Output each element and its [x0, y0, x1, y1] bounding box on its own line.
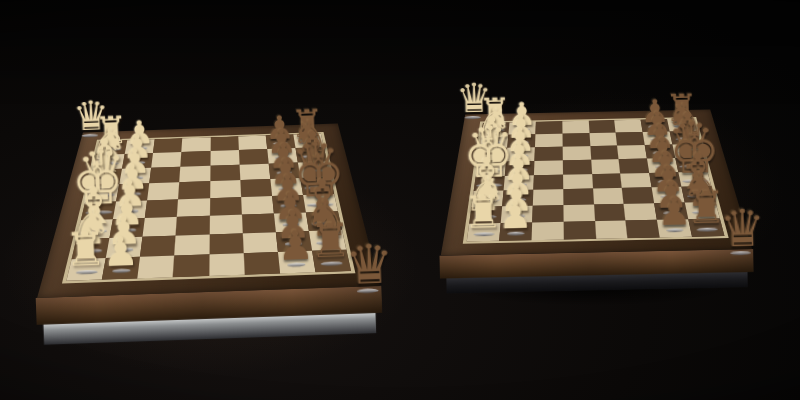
board-square[interactable]	[239, 149, 269, 165]
black-queen-spare[interactable]: ♛	[344, 237, 389, 293]
board-square[interactable]	[147, 182, 179, 200]
board-square[interactable]	[180, 166, 210, 183]
board-square[interactable]	[532, 189, 562, 205]
board-square[interactable]	[622, 188, 654, 204]
board-square[interactable]	[532, 205, 563, 222]
board-square[interactable]	[173, 254, 209, 277]
board-square[interactable]	[616, 132, 645, 145]
board-square[interactable]	[588, 120, 616, 133]
board-square[interactable]	[182, 137, 211, 152]
board-square[interactable]	[153, 138, 182, 153]
board-square[interactable]	[151, 152, 181, 168]
white-pawn[interactable]: ♟	[102, 231, 139, 272]
board-square[interactable]: ♜	[66, 258, 105, 281]
board-square[interactable]: ♟	[499, 223, 532, 241]
board-square[interactable]	[563, 221, 595, 239]
board-front-edge	[440, 249, 754, 278]
board-square[interactable]	[534, 147, 562, 161]
board-square[interactable]	[210, 180, 241, 198]
board-square[interactable]	[241, 196, 274, 215]
board-square[interactable]	[593, 204, 625, 221]
white-pawn[interactable]: ♟	[498, 196, 533, 235]
board-front-edge	[36, 286, 383, 325]
board-square[interactable]	[535, 121, 562, 134]
board-square[interactable]	[621, 173, 652, 189]
chessboard-right[interactable]: ♜♟♟♜♞♟♟♞♝♟♟♝♛♟♟♛♚♟♟♚♝♟♟♝♞♟♟♞♜♟♟♜ ♛♛	[406, 108, 773, 286]
board-squares: ♜♟♟♜♞♟♟♞♝♟♟♝♛♟♟♛♚♟♟♚♝♟♟♝♞♟♟♞♜♟♟♜	[62, 132, 356, 284]
board-square[interactable]	[562, 133, 590, 147]
board-square[interactable]	[626, 220, 660, 238]
board-square[interactable]	[595, 221, 628, 239]
board-square[interactable]	[619, 158, 650, 173]
board-squares: ♜♟♟♜♞♟♟♞♝♟♟♝♛♟♟♛♚♟♟♚♝♟♟♝♞♟♟♞♜♟♟♜	[463, 117, 729, 244]
board-square[interactable]	[615, 120, 643, 133]
board-square[interactable]	[175, 234, 210, 255]
board-square[interactable]	[239, 164, 270, 181]
board-square[interactable]	[177, 198, 209, 217]
board-square[interactable]	[145, 199, 178, 218]
board-square[interactable]	[563, 174, 593, 190]
board-square[interactable]	[590, 145, 619, 159]
board-square[interactable]: ♜	[467, 223, 501, 241]
board-square[interactable]	[181, 151, 210, 167]
board-square[interactable]	[138, 256, 175, 279]
board-square[interactable]	[209, 197, 241, 216]
studio-scene: ♜♟♟♜♞♟♟♞♝♟♟♝♛♟♟♛♚♟♟♚♝♟♟♝♞♟♟♞♜♟♟♜ ♛♛ ♜♟♟♜…	[0, 0, 800, 400]
board-square[interactable]	[143, 217, 177, 237]
board-square[interactable]	[238, 135, 267, 150]
board-perspective: ♜♟♟♜♞♟♟♞♝♟♟♝♛♟♟♛♚♟♟♚♝♟♟♝♞♟♟♞♜♟♟♜ ♛♛	[33, 122, 395, 314]
board-square[interactable]	[617, 145, 647, 159]
white-rook[interactable]: ♜	[63, 225, 106, 273]
board-square[interactable]	[242, 232, 277, 253]
board-square[interactable]	[592, 188, 623, 204]
piece-glyph: ♛	[344, 237, 389, 293]
board-base	[43, 313, 376, 345]
board-square[interactable]	[210, 150, 239, 166]
piece-glyph: ♟	[498, 196, 533, 235]
black-queen-spare[interactable]: ♛	[719, 202, 761, 254]
board-square[interactable]	[176, 216, 209, 236]
board-square[interactable]	[534, 160, 563, 175]
board-square[interactable]	[562, 146, 590, 160]
board-square[interactable]	[562, 160, 591, 175]
board-square[interactable]	[240, 179, 272, 197]
board-square[interactable]	[624, 203, 657, 220]
board-square[interactable]	[178, 181, 209, 199]
chessboard-left[interactable]: ♜♟♟♜♞♟♟♞♝♟♟♝♛♟♟♛♚♟♟♚♝♟♟♝♞♟♟♞♜♟♟♜ ♛♛	[33, 122, 395, 314]
board-square[interactable]	[591, 159, 621, 174]
board-square[interactable]: ♟	[102, 257, 140, 280]
board-square[interactable]	[535, 134, 563, 148]
board-square[interactable]	[149, 167, 180, 184]
board-perspective: ♜♟♟♜♞♟♟♞♝♟♟♝♛♟♟♛♚♟♟♚♝♟♟♝♞♟♟♞♜♟♟♜ ♛♛	[406, 108, 773, 286]
board-plate: ♜♟♟♜♞♟♟♞♝♟♟♝♛♟♟♛♚♟♟♚♝♟♟♝♞♟♟♞♜♟♟♜ ♛♛	[37, 124, 380, 298]
board-square[interactable]	[562, 121, 589, 134]
board-square[interactable]	[209, 214, 242, 234]
board-square[interactable]	[210, 165, 240, 182]
board-square[interactable]	[140, 235, 176, 256]
board-square[interactable]	[241, 213, 275, 233]
board-base	[446, 272, 747, 294]
board-square[interactable]	[210, 136, 238, 151]
board-square[interactable]	[563, 205, 595, 222]
piece-glyph: ♜	[63, 225, 106, 273]
piece-glyph: ♟	[102, 231, 139, 272]
board-square[interactable]	[589, 133, 617, 146]
piece-glyph: ♛	[719, 202, 761, 254]
board-square[interactable]	[533, 174, 563, 190]
board-square[interactable]	[209, 253, 245, 276]
board-plate: ♜♟♟♜♞♟♟♞♝♟♟♝♛♟♟♛♚♟♟♚♝♟♟♝♞♟♟♞♜♟♟♜ ♛♛	[441, 109, 752, 255]
board-square[interactable]	[531, 222, 563, 240]
board-square[interactable]	[592, 173, 623, 189]
board-square[interactable]	[209, 233, 243, 254]
board-square[interactable]	[243, 252, 280, 275]
board-square[interactable]	[563, 189, 594, 205]
